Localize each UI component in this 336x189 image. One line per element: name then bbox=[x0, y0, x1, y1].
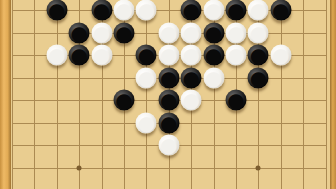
star-point bbox=[256, 165, 261, 170]
white-stone: ● bbox=[181, 45, 202, 66]
black-stone: ● bbox=[136, 45, 157, 66]
white-stone: ● bbox=[158, 22, 179, 43]
board-right-edge bbox=[330, 0, 336, 189]
white-stone: ● bbox=[91, 45, 112, 66]
black-stone: ● bbox=[158, 90, 179, 111]
black-stone: ● bbox=[226, 0, 247, 21]
white-stone: ● bbox=[136, 0, 157, 21]
grid-vline bbox=[34, 0, 35, 189]
black-stone: ● bbox=[114, 22, 135, 43]
board-left-edge bbox=[0, 0, 11, 189]
black-stone: ● bbox=[158, 67, 179, 88]
white-stone: ● bbox=[136, 112, 157, 133]
white-stone: ● bbox=[181, 90, 202, 111]
white-stone: ● bbox=[248, 22, 269, 43]
white-stone: ● bbox=[181, 22, 202, 43]
black-stone: ● bbox=[91, 0, 112, 21]
black-stone: ● bbox=[46, 0, 67, 21]
grid-vline bbox=[326, 0, 327, 189]
grid-vline bbox=[281, 0, 282, 189]
white-stone: ● bbox=[158, 135, 179, 156]
star-point bbox=[77, 165, 82, 170]
white-stone: ● bbox=[248, 0, 269, 21]
white-stone: ● bbox=[46, 45, 67, 66]
white-stone: ● bbox=[270, 45, 291, 66]
white-stone: ● bbox=[136, 67, 157, 88]
black-stone: ● bbox=[181, 67, 202, 88]
white-stone: ● bbox=[203, 67, 224, 88]
grid-hline bbox=[12, 168, 327, 169]
white-stone: ● bbox=[114, 0, 135, 21]
grid-vline bbox=[12, 0, 13, 189]
white-stone: ● bbox=[226, 45, 247, 66]
black-stone: ● bbox=[181, 0, 202, 21]
white-stone: ● bbox=[226, 22, 247, 43]
black-stone: ● bbox=[69, 22, 90, 43]
gomoku-board[interactable]: ●●●●●●●●●●●●●●●●●●●●●●●●●●●●●●●●●●●●●●● bbox=[0, 0, 336, 189]
grid-vline bbox=[303, 0, 304, 189]
black-stone: ● bbox=[270, 0, 291, 21]
black-stone: ● bbox=[203, 22, 224, 43]
white-stone: ● bbox=[158, 45, 179, 66]
black-stone: ● bbox=[248, 67, 269, 88]
white-stone: ● bbox=[203, 0, 224, 21]
black-stone: ● bbox=[69, 45, 90, 66]
grid-vline bbox=[146, 0, 147, 189]
black-stone: ● bbox=[226, 90, 247, 111]
black-stone: ● bbox=[114, 90, 135, 111]
grid-vline bbox=[57, 0, 58, 189]
black-stone: ● bbox=[158, 112, 179, 133]
black-stone: ● bbox=[203, 45, 224, 66]
white-stone: ● bbox=[91, 22, 112, 43]
black-stone: ● bbox=[248, 45, 269, 66]
